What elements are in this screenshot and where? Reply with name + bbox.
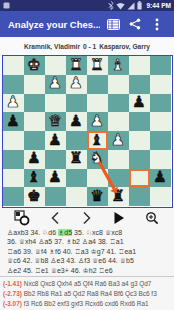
move-list-button[interactable] bbox=[104, 15, 122, 33]
control-bar bbox=[0, 208, 174, 227]
engine-eval: (-1.41) bbox=[3, 280, 22, 287]
square-r3c8[interactable] bbox=[150, 94, 171, 113]
share-button[interactable] bbox=[126, 15, 144, 33]
move-line: 36. ♕xh4 ♙a5 37. ♗b2 ♙a4 38. ♖a1 bbox=[7, 237, 168, 246]
black-pawn: ♟ bbox=[27, 151, 41, 167]
square-r7c1[interactable] bbox=[3, 169, 24, 188]
square-r4c1[interactable]: ♟ bbox=[3, 112, 24, 131]
move-line: ♖a6 39. ♕f4 ♗f6 40. ♖a3 ♔g7 41. ♖ea1 bbox=[7, 247, 168, 256]
square-r3c6[interactable] bbox=[108, 94, 129, 113]
square-r5c1[interactable] bbox=[3, 131, 24, 150]
square-r2c7[interactable] bbox=[129, 75, 150, 94]
move-line: ♙e2 45. ♖e1 ♕e3+ 46. ♔h2 ♖e6 bbox=[7, 266, 168, 275]
square-r2c4[interactable]: ♟ bbox=[66, 75, 87, 94]
move-token[interactable]: ♙axb3 34. ♘d6 bbox=[7, 229, 58, 236]
engine-eval: (-2.73) bbox=[3, 290, 22, 297]
board-frame: ♚♜♜♝♟♟♟♟♟♛♟♟♟♝♟♟♜♞♝♟♟♚♛♜ bbox=[2, 55, 173, 208]
square-r8c5[interactable]: ♛ bbox=[87, 187, 108, 206]
engine-moves: Bb2 Rb8 Ra1 a5 Qd2 Ra8 Ra4 Bf6 Qc3 Bc6 f… bbox=[24, 290, 157, 297]
zoom-board-button[interactable] bbox=[141, 210, 163, 226]
move-line: ♙axb3 34. ♘d6 ♗d5 35. ♘xc8 ♕xc8 bbox=[7, 228, 168, 237]
square-r6c5[interactable]: ♞ bbox=[87, 150, 108, 169]
square-r8c4[interactable] bbox=[66, 187, 87, 206]
white-knight: ♞ bbox=[90, 151, 104, 167]
black-player-name: Kasparov, Garry bbox=[99, 43, 150, 50]
black-pawn: ♟ bbox=[69, 114, 83, 130]
engine-eval: (-3.07) bbox=[3, 300, 22, 307]
square-r3c4[interactable] bbox=[66, 94, 87, 113]
board-area: ♚♜♜♝♟♟♟♟♟♛♟♟♟♝♟♟♜♞♝♟♟♚♛♜ bbox=[0, 55, 174, 208]
square-r3c3[interactable] bbox=[45, 94, 66, 113]
square-r6c4[interactable]: ♜ bbox=[66, 150, 87, 169]
play-icon bbox=[113, 211, 125, 225]
square-r8c7[interactable] bbox=[129, 187, 150, 206]
square-r6c2[interactable]: ♟ bbox=[24, 150, 45, 169]
square-r6c1[interactable] bbox=[3, 150, 24, 169]
square-r7c3[interactable]: ♟ bbox=[45, 169, 66, 188]
black-pawn: ♟ bbox=[6, 114, 20, 130]
square-r8c6[interactable]: ♜ bbox=[108, 187, 129, 206]
square-r5c5[interactable]: ♝ bbox=[87, 131, 108, 150]
square-r7c2[interactable]: ♝ bbox=[24, 169, 45, 188]
square-r2c2[interactable] bbox=[24, 75, 45, 94]
move-list-icon bbox=[107, 19, 120, 30]
white-pawn: ♟ bbox=[69, 76, 83, 92]
square-r4c8[interactable] bbox=[150, 112, 171, 131]
chess-board[interactable]: ♚♜♜♝♟♟♟♟♟♛♟♟♟♝♟♟♜♞♝♟♟♚♛♜ bbox=[3, 56, 171, 206]
white-pawn: ♟ bbox=[6, 95, 20, 111]
white-player-name: Kramnik, Vladimir bbox=[24, 43, 80, 50]
wifi-icon bbox=[116, 2, 125, 10]
engine-line[interactable]: (-2.73)Bb2 Rb8 Ra1 a5 Qd2 Ra8 Ra4 Bf6 Qc… bbox=[3, 289, 174, 299]
square-r3c1[interactable]: ♟ bbox=[3, 94, 24, 113]
square-r4c7[interactable] bbox=[129, 112, 150, 131]
black-pawn: ♟ bbox=[48, 133, 62, 149]
chevron-left-icon bbox=[50, 211, 60, 225]
move-token[interactable]: 36. ♕xh4 ♙a5 37. ♗b2 ♙a4 38. ♖a1 bbox=[7, 238, 124, 245]
black-queen: ♛ bbox=[90, 189, 104, 205]
square-r8c8[interactable] bbox=[150, 187, 171, 206]
current-move[interactable]: ♗d5 bbox=[58, 229, 72, 236]
setup-board-icon bbox=[14, 210, 30, 226]
move-token[interactable]: ♕c6 42. ♕b8 ♙e3 43. ♙f3 ♕e6 44. ♕b5 bbox=[7, 257, 134, 264]
square-r1c8[interactable] bbox=[150, 56, 171, 75]
square-r3c2[interactable] bbox=[24, 94, 45, 113]
white-bishop: ♝ bbox=[111, 58, 125, 74]
square-r5c7[interactable] bbox=[129, 131, 150, 150]
square-r2c8[interactable] bbox=[150, 75, 171, 94]
next-move-button[interactable] bbox=[76, 210, 98, 226]
square-r1c1[interactable] bbox=[3, 56, 24, 75]
play-button[interactable] bbox=[108, 210, 130, 226]
white-king: ♚ bbox=[27, 58, 41, 74]
square-r7c6[interactable] bbox=[108, 169, 129, 188]
square-r4c5[interactable]: ♟ bbox=[87, 112, 108, 131]
engine-line[interactable]: (-3.07)f3 Rc6 Bb2 exf3 gxf3 Rcxd6 cxd6 R… bbox=[3, 299, 174, 309]
black-rook: ♜ bbox=[69, 151, 83, 167]
square-r8c2[interactable]: ♚ bbox=[24, 187, 45, 206]
square-r4c3[interactable]: ♛ bbox=[45, 112, 66, 131]
black-king: ♚ bbox=[27, 189, 41, 205]
black-bishop: ♝ bbox=[27, 170, 41, 186]
black-pawn: ♟ bbox=[48, 170, 62, 186]
engine-moves: Nxc8 Qxc8 Qxh4 a5 Qf4 Ra6 Ba3 a4 g3 Qd7 bbox=[24, 280, 152, 287]
square-r4c4[interactable]: ♟ bbox=[66, 112, 87, 131]
square-r1c5[interactable]: ♜ bbox=[87, 56, 108, 75]
app-title: Analyze your Ches... bbox=[8, 19, 100, 30]
square-r1c6[interactable]: ♝ bbox=[108, 56, 129, 75]
square-r1c4[interactable]: ♜ bbox=[66, 56, 87, 75]
square-r8c3[interactable] bbox=[45, 187, 66, 206]
square-r5c6[interactable]: ♟ bbox=[108, 131, 129, 150]
game-header: Kramnik, Vladimir 0 - 1 Kasparov, Garry bbox=[0, 37, 174, 55]
square-r1c3[interactable] bbox=[45, 56, 66, 75]
square-r6c3[interactable] bbox=[45, 150, 66, 169]
move-line: ♕c6 42. ♕b8 ♙e3 43. ♙f3 ♕e6 44. ♕b5 bbox=[7, 256, 168, 265]
magnifier-plus-icon bbox=[145, 211, 159, 225]
square-r4c6[interactable] bbox=[108, 112, 129, 131]
black-bishop: ♝ bbox=[90, 133, 104, 149]
square-r6c7[interactable] bbox=[129, 150, 150, 169]
black-pawn: ♟ bbox=[153, 170, 167, 186]
square-r5c3[interactable]: ♟ bbox=[45, 131, 66, 150]
signal-icon bbox=[127, 2, 135, 10]
white-pawn: ♟ bbox=[90, 114, 104, 130]
square-r6c6[interactable] bbox=[108, 150, 129, 169]
notification-icon bbox=[3, 2, 10, 9]
engine-analysis: (-1.41)Nxc8 Qxc8 Qxh4 a5 Qf4 Ra6 Ba3 a4 … bbox=[0, 278, 174, 310]
square-r7c4[interactable] bbox=[66, 169, 87, 188]
game-result: 0 - 1 bbox=[83, 43, 96, 50]
square-r3c5[interactable] bbox=[87, 94, 108, 113]
status-clock: 9:44 PM bbox=[146, 2, 171, 9]
square-r5c8[interactable] bbox=[150, 131, 171, 150]
move-list: ♙axb3 34. ♘d6 ♗d5 35. ♘xc8 ♕xc836. ♕xh4 … bbox=[0, 227, 174, 275]
move-token[interactable]: 35. ♘xc8 ♕xc8 bbox=[72, 229, 122, 236]
square-r5c4[interactable] bbox=[66, 131, 87, 150]
square-r4c2[interactable] bbox=[24, 112, 45, 131]
square-r2c3[interactable]: ♟ bbox=[45, 75, 66, 94]
square-r2c5[interactable] bbox=[87, 75, 108, 94]
white-pawn: ♟ bbox=[111, 133, 125, 149]
setup-board-button[interactable] bbox=[11, 210, 33, 226]
white-queen: ♛ bbox=[48, 114, 62, 130]
overflow-menu-icon bbox=[155, 18, 159, 31]
square-r7c5[interactable] bbox=[87, 169, 108, 188]
move-token[interactable]: ♖a6 39. ♕f4 ♗f6 40. ♖a3 ♔g7 41. ♖ea1 bbox=[7, 248, 136, 255]
square-r1c7[interactable] bbox=[129, 56, 150, 75]
square-r5c2[interactable] bbox=[24, 131, 45, 150]
share-icon bbox=[129, 18, 141, 30]
bluetooth-icon bbox=[108, 1, 114, 10]
status-bar: 9:44 PM bbox=[0, 0, 174, 11]
overflow-menu-button[interactable] bbox=[148, 15, 166, 33]
black-pawn: ♟ bbox=[132, 95, 146, 111]
engine-moves: f3 Rc6 Bb2 exf3 gxf3 Rcxd6 cxd6 Rxd6 Ra1 bbox=[24, 300, 149, 307]
square-r8c1[interactable] bbox=[3, 187, 24, 206]
white-pawn: ♟ bbox=[48, 76, 62, 92]
square-r2c1[interactable] bbox=[3, 75, 24, 94]
app-bar: Analyze your Ches... bbox=[0, 11, 174, 37]
black-rook: ♜ bbox=[111, 189, 125, 205]
engine-line[interactable]: (-1.41)Nxc8 Qxc8 Qxh4 a5 Qf4 Ra6 Ba3 a4 … bbox=[3, 279, 174, 289]
white-rook: ♜ bbox=[69, 58, 83, 74]
square-r7c8[interactable]: ♟ bbox=[150, 169, 171, 188]
white-rook: ♜ bbox=[90, 58, 104, 74]
move-token[interactable]: ♙e2 45. ♖e1 ♕e3+ 46. ♔h2 ♖e6 bbox=[7, 267, 113, 274]
previous-move-button[interactable] bbox=[44, 210, 66, 226]
square-r7c7[interactable] bbox=[129, 169, 150, 188]
square-r6c8[interactable] bbox=[150, 150, 171, 169]
chevron-right-icon bbox=[82, 211, 92, 225]
battery-icon bbox=[137, 1, 142, 10]
square-r2c6[interactable] bbox=[108, 75, 129, 94]
square-r1c2[interactable]: ♚ bbox=[24, 56, 45, 75]
square-r3c7[interactable]: ♟ bbox=[129, 94, 150, 113]
divider bbox=[0, 276, 174, 277]
